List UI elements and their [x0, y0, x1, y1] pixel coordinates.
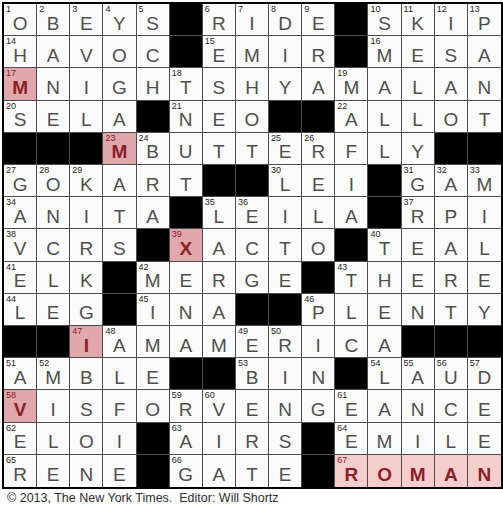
black-cell: [335, 36, 368, 68]
grid-cell[interactable]: 32A: [435, 165, 468, 197]
grid-cell[interactable]: 52M: [37, 358, 70, 390]
grid-cell[interactable]: L: [37, 262, 70, 294]
grid-cell[interactable]: O: [435, 101, 468, 133]
grid-cell[interactable]: T: [203, 133, 236, 165]
cell-letter: H: [137, 76, 169, 99]
grid-cell[interactable]: M: [368, 423, 401, 455]
cell-letter: V: [203, 398, 235, 421]
cell-letter: L: [368, 109, 400, 132]
grid-cell[interactable]: H: [368, 262, 401, 294]
grid-cell[interactable]: 55A: [402, 358, 435, 390]
grid-cell[interactable]: H: [236, 68, 269, 100]
cell-letter: T: [203, 141, 235, 164]
grid-cell[interactable]: G: [236, 262, 269, 294]
cell-letter: L: [203, 205, 235, 228]
cell-letter: I: [269, 44, 301, 67]
grid-cell[interactable]: 11K: [402, 4, 435, 36]
grid-cell[interactable]: 20S: [4, 101, 37, 133]
cell-letter: R: [203, 12, 235, 35]
cell-letter: N: [37, 76, 69, 99]
cell-letter: E: [203, 44, 235, 67]
cell-letter: E: [37, 463, 69, 487]
grid-cell[interactable]: E: [368, 294, 401, 326]
grid-cell[interactable]: 23M: [103, 133, 136, 165]
grid-cell[interactable]: 21N: [170, 101, 203, 133]
cell-letter: O: [103, 44, 135, 67]
cell-letter: O: [302, 237, 334, 260]
cell-letter: E: [468, 270, 501, 293]
cell-letter: G: [236, 270, 268, 293]
grid-cell[interactable]: A: [103, 165, 136, 197]
grid-cell[interactable]: A: [335, 197, 368, 229]
copyright-editor-line: © 2013, The New York Times. Editor: Will…: [7, 491, 279, 505]
cell-letter: L: [368, 366, 400, 389]
cell-letter: E: [137, 366, 169, 389]
cell-letter: S: [269, 431, 301, 454]
grid-cell[interactable]: A: [368, 68, 401, 100]
grid-cell[interactable]: C: [137, 36, 170, 68]
grid-cell[interactable]: E: [269, 262, 302, 294]
grid-cell[interactable]: R: [203, 262, 236, 294]
grid-cell[interactable]: L: [103, 358, 136, 390]
cell-letter: E: [37, 109, 69, 132]
grid-cell[interactable]: A: [435, 455, 468, 487]
grid-cell[interactable]: N: [402, 390, 435, 422]
cell-letter: V: [4, 237, 36, 260]
cell-letter: T: [269, 237, 301, 260]
cell-letter: I: [137, 302, 169, 325]
grid-cell[interactable]: T: [435, 294, 468, 326]
cell-letter: A: [203, 302, 235, 325]
grid-cell[interactable]: E: [302, 165, 335, 197]
grid-cell[interactable]: R: [236, 423, 269, 455]
cell-letter: S: [70, 398, 102, 421]
cell-letter: L: [37, 270, 69, 293]
grid-cell[interactable]: S: [203, 68, 236, 100]
cell-letter: C: [137, 44, 169, 67]
grid-cell[interactable]: Y: [468, 294, 501, 326]
grid-cell[interactable]: I: [203, 423, 236, 455]
grid-cell[interactable]: E: [269, 455, 302, 487]
grid-cell[interactable]: E: [468, 423, 501, 455]
grid-cell[interactable]: I: [468, 197, 501, 229]
black-cell: [368, 197, 401, 229]
grid-cell[interactable]: I: [269, 358, 302, 390]
black-cell: [203, 358, 236, 390]
grid-cell[interactable]: T: [103, 197, 136, 229]
grid-cell[interactable]: A: [302, 68, 335, 100]
cell-letter: L: [435, 431, 467, 454]
grid-cell[interactable]: A: [170, 326, 203, 358]
black-cell: [137, 423, 170, 455]
grid-cell[interactable]: L: [37, 423, 70, 455]
cell-letter: M: [368, 431, 400, 454]
grid-cell[interactable]: I: [70, 197, 103, 229]
cell-letter: A: [203, 463, 235, 487]
grid-cell[interactable]: 2B: [37, 4, 70, 36]
grid-cell[interactable]: I: [269, 197, 302, 229]
grid-cell[interactable]: A: [468, 36, 501, 68]
grid-cell[interactable]: 7I: [236, 4, 269, 36]
grid-cell[interactable]: 50R: [269, 326, 302, 358]
cell-letter: U: [170, 141, 202, 164]
black-cell: [236, 165, 269, 197]
grid-cell[interactable]: 48A: [103, 326, 136, 358]
grid-cell[interactable]: R: [435, 262, 468, 294]
grid-cell[interactable]: N: [468, 455, 501, 487]
cell-letter: L: [4, 302, 36, 325]
cell-letter: L: [468, 237, 501, 260]
grid-cell[interactable]: 34A: [4, 197, 37, 229]
cell-letter: C: [236, 237, 268, 260]
cell-letter: E: [269, 463, 301, 487]
grid-cell[interactable]: E: [468, 390, 501, 422]
cell-letter: Y: [269, 76, 301, 99]
cell-letter: F: [335, 141, 367, 164]
cell-letter: I: [402, 431, 434, 454]
cell-letter: E: [269, 270, 301, 293]
grid-cell[interactable]: 14H: [4, 36, 37, 68]
black-cell: [468, 326, 501, 358]
grid-cell[interactable]: Y: [402, 133, 435, 165]
grid-cell[interactable]: 4Y: [103, 4, 136, 36]
grid-cell[interactable]: L: [402, 68, 435, 100]
grid-cell[interactable]: N: [302, 358, 335, 390]
cell-letter: N: [402, 398, 434, 421]
grid-cell[interactable]: 63A: [170, 423, 203, 455]
grid-cell[interactable]: 38V: [4, 229, 37, 261]
grid-cell[interactable]: Y: [269, 68, 302, 100]
cell-letter: R: [269, 334, 301, 357]
grid-cell[interactable]: E: [236, 390, 269, 422]
grid-cell[interactable]: 58V: [4, 390, 37, 422]
grid-cell[interactable]: 36E: [236, 197, 269, 229]
cell-letter: S: [137, 12, 169, 35]
grid-cell[interactable]: 22A: [335, 101, 368, 133]
cell-letter: A: [302, 76, 334, 99]
grid-cell[interactable]: F: [335, 133, 368, 165]
cell-letter: G: [302, 398, 334, 421]
grid-cell[interactable]: 9E: [302, 4, 335, 36]
cell-letter: G: [70, 302, 102, 325]
grid-cell[interactable]: I: [37, 390, 70, 422]
grid-cell[interactable]: M: [236, 36, 269, 68]
grid-cell[interactable]: 44L: [4, 294, 37, 326]
grid-cell[interactable]: E: [170, 262, 203, 294]
black-cell: [269, 294, 302, 326]
cell-letter: T: [368, 237, 400, 260]
grid-cell[interactable]: A: [203, 455, 236, 487]
grid-cell[interactable]: 26R: [302, 133, 335, 165]
grid-cell[interactable]: S: [70, 390, 103, 422]
black-cell: [170, 4, 203, 36]
grid-cell[interactable]: S: [103, 229, 136, 261]
grid-cell[interactable]: 46P: [302, 294, 335, 326]
grid-cell[interactable]: 41E: [4, 262, 37, 294]
cell-letter: I: [236, 12, 268, 35]
cell-letter: G: [170, 463, 202, 487]
grid-cell[interactable]: O: [137, 390, 170, 422]
cell-letter: G: [402, 173, 434, 196]
grid-cell[interactable]: 18T: [170, 68, 203, 100]
cell-letter: R: [70, 237, 102, 260]
grid-cell[interactable]: 28O: [37, 165, 70, 197]
grid-cell[interactable]: N: [170, 294, 203, 326]
grid-cell[interactable]: A: [368, 326, 401, 358]
grid-cell[interactable]: L: [368, 101, 401, 133]
grid-cell[interactable]: I: [269, 36, 302, 68]
grid-cell[interactable]: F: [103, 390, 136, 422]
grid-cell[interactable]: L: [435, 423, 468, 455]
grid-cell[interactable]: A: [137, 197, 170, 229]
black-cell: [468, 133, 501, 165]
cell-letter: N: [302, 366, 334, 389]
grid-cell[interactable]: 61E: [335, 390, 368, 422]
cell-letter: M: [402, 463, 434, 487]
grid-cell[interactable]: 35L: [203, 197, 236, 229]
grid-cell[interactable]: T: [468, 101, 501, 133]
grid-cell[interactable]: A: [203, 294, 236, 326]
grid-cell[interactable]: E: [103, 455, 136, 487]
grid-cell[interactable]: 39X: [170, 229, 203, 261]
grid-cell[interactable]: E: [137, 358, 170, 390]
grid-cell[interactable]: 66G: [170, 455, 203, 487]
grid-cell[interactable]: S: [269, 423, 302, 455]
grid-cell[interactable]: U: [170, 133, 203, 165]
grid-cell[interactable]: 30L: [269, 165, 302, 197]
grid-cell[interactable]: G: [302, 390, 335, 422]
grid-cell[interactable]: 27G: [4, 165, 37, 197]
grid-cell[interactable]: 60V: [203, 390, 236, 422]
grid-cell[interactable]: 56U: [435, 358, 468, 390]
cell-letter: N: [402, 302, 434, 325]
black-cell: [203, 165, 236, 197]
cell-letter: O: [368, 463, 400, 487]
grid-cell[interactable]: P: [435, 197, 468, 229]
cell-letter: O: [137, 398, 169, 421]
cell-letter: N: [37, 205, 69, 228]
grid-cell[interactable]: T: [236, 133, 269, 165]
grid-cell[interactable]: T: [170, 165, 203, 197]
black-cell: [435, 133, 468, 165]
grid-cell[interactable]: O: [302, 229, 335, 261]
black-cell: [435, 326, 468, 358]
grid-cell[interactable]: E: [37, 455, 70, 487]
grid-cell[interactable]: 40T: [368, 229, 401, 261]
grid-cell[interactable]: N: [37, 197, 70, 229]
black-cell: [137, 101, 170, 133]
grid-cell[interactable]: L: [70, 101, 103, 133]
black-cell: [103, 262, 136, 294]
grid-cell[interactable]: 59R: [170, 390, 203, 422]
cell-letter: L: [335, 302, 367, 325]
cell-letter: H: [368, 270, 400, 293]
grid-cell[interactable]: 42M: [137, 262, 170, 294]
cell-letter: Y: [468, 302, 501, 325]
grid-cell[interactable]: L: [335, 294, 368, 326]
grid-cell[interactable]: 47I: [70, 326, 103, 358]
grid-cell[interactable]: 54L: [368, 358, 401, 390]
grid-cell[interactable]: O: [103, 36, 136, 68]
cell-letter: A: [137, 205, 169, 228]
grid-cell[interactable]: M: [203, 326, 236, 358]
grid-cell[interactable]: 62E: [4, 423, 37, 455]
grid-cell[interactable]: 43T: [335, 262, 368, 294]
grid-cell[interactable]: I: [103, 423, 136, 455]
grid-cell[interactable]: C: [37, 229, 70, 261]
grid-cell[interactable]: L: [468, 229, 501, 261]
grid-cell[interactable]: L: [302, 197, 335, 229]
cell-letter: C: [37, 237, 69, 260]
black-cell: [302, 101, 335, 133]
grid-cell[interactable]: I: [302, 326, 335, 358]
grid-cell[interactable]: I: [402, 423, 435, 455]
grid-cell[interactable]: G: [70, 294, 103, 326]
cell-letter: E: [170, 270, 202, 293]
grid-cell[interactable]: R: [70, 229, 103, 261]
cell-letter: Y: [103, 12, 135, 35]
grid-cell[interactable]: N: [70, 455, 103, 487]
cell-letter: I: [103, 431, 135, 454]
grid-cell[interactable]: A: [368, 390, 401, 422]
grid-cell[interactable]: V: [70, 36, 103, 68]
grid-cell[interactable]: M: [137, 326, 170, 358]
grid-cell[interactable]: M: [402, 455, 435, 487]
grid-cell[interactable]: 65R: [4, 455, 37, 487]
cell-letter: E: [402, 44, 434, 67]
cell-letter: O: [37, 173, 69, 196]
cell-letter: E: [402, 270, 434, 293]
grid-cell[interactable]: 49E: [236, 326, 269, 358]
grid-cell[interactable]: A: [435, 229, 468, 261]
grid-cell[interactable]: G: [103, 68, 136, 100]
grid-cell[interactable]: 19M: [335, 68, 368, 100]
grid-cell[interactable]: S: [435, 36, 468, 68]
cell-letter: A: [170, 431, 202, 454]
grid-cell[interactable]: N: [468, 68, 501, 100]
cell-letter: A: [37, 44, 69, 67]
grid-cell[interactable]: T: [236, 455, 269, 487]
cell-letter: R: [302, 141, 334, 164]
grid-cell[interactable]: 5S: [137, 4, 170, 36]
grid-cell[interactable]: 24B: [137, 133, 170, 165]
cell-letter: U: [435, 366, 467, 389]
grid-cell[interactable]: 17M: [4, 68, 37, 100]
grid-cell[interactable]: A: [103, 101, 136, 133]
grid-cell[interactable]: 51A: [4, 358, 37, 390]
grid-cell[interactable]: C: [335, 326, 368, 358]
grid-cell[interactable]: 45I: [137, 294, 170, 326]
cell-letter: R: [203, 270, 235, 293]
grid-cell[interactable]: 8D: [269, 4, 302, 36]
grid-cell[interactable]: N: [402, 294, 435, 326]
grid-cell[interactable]: 3E: [70, 4, 103, 36]
grid-cell[interactable]: C: [236, 229, 269, 261]
cell-letter: O: [4, 12, 36, 35]
grid-cell[interactable]: 33M: [468, 165, 501, 197]
cell-letter: E: [269, 141, 301, 164]
cell-letter: G: [103, 76, 135, 99]
cell-letter: I: [335, 173, 367, 196]
black-cell: [37, 133, 70, 165]
grid-cell[interactable]: E: [468, 262, 501, 294]
black-cell: [302, 262, 335, 294]
grid-cell[interactable]: K: [70, 262, 103, 294]
cell-letter: M: [103, 141, 135, 164]
grid-cell[interactable]: T: [269, 229, 302, 261]
grid-cell[interactable]: 37R: [402, 197, 435, 229]
grid-cell[interactable]: A: [435, 68, 468, 100]
grid-cell[interactable]: L: [368, 133, 401, 165]
cell-letter: R: [170, 398, 202, 421]
grid-cell[interactable]: N: [37, 68, 70, 100]
cell-letter: B: [37, 12, 69, 35]
grid-cell[interactable]: O: [368, 455, 401, 487]
grid-cell[interactable]: 13P: [468, 4, 501, 36]
grid-cell[interactable]: E: [203, 101, 236, 133]
cell-letter: M: [236, 44, 268, 67]
grid-cell[interactable]: 53B: [236, 358, 269, 390]
grid-cell[interactable]: N: [269, 390, 302, 422]
cell-letter: O: [236, 109, 268, 132]
grid-cell[interactable]: I: [335, 165, 368, 197]
grid-cell[interactable]: H: [137, 68, 170, 100]
grid-cell[interactable]: O: [70, 423, 103, 455]
cell-letter: L: [402, 76, 434, 99]
grid-cell[interactable]: E: [37, 294, 70, 326]
grid-cell[interactable]: A: [203, 229, 236, 261]
grid-cell[interactable]: R: [137, 165, 170, 197]
grid-cell[interactable]: E: [402, 229, 435, 261]
grid-cell[interactable]: 6R: [203, 4, 236, 36]
grid-cell[interactable]: E: [402, 262, 435, 294]
grid-cell[interactable]: 64E: [335, 423, 368, 455]
grid-cell[interactable]: 31G: [402, 165, 435, 197]
grid-cell[interactable]: 1O: [4, 4, 37, 36]
black-cell: [335, 4, 368, 36]
grid-cell[interactable]: E: [37, 101, 70, 133]
grid-cell[interactable]: A: [37, 36, 70, 68]
cell-letter: F: [103, 398, 135, 421]
black-cell: [269, 101, 302, 133]
cell-letter: E: [302, 173, 334, 196]
grid-cell[interactable]: O: [236, 101, 269, 133]
grid-cell[interactable]: 12I: [435, 4, 468, 36]
grid-cell[interactable]: R: [302, 36, 335, 68]
grid-cell[interactable]: E: [402, 36, 435, 68]
grid-cell[interactable]: 67R: [335, 455, 368, 487]
cell-letter: M: [37, 366, 69, 389]
grid-cell[interactable]: B: [70, 358, 103, 390]
cell-letter: E: [236, 334, 268, 357]
grid-cell[interactable]: 15E: [203, 36, 236, 68]
grid-cell[interactable]: C: [435, 390, 468, 422]
grid-cell[interactable]: L: [402, 101, 435, 133]
black-cell: [37, 326, 70, 358]
grid-cell[interactable]: 16M: [368, 36, 401, 68]
cell-letter: A: [335, 109, 367, 132]
cell-letter: N: [170, 302, 202, 325]
grid-cell[interactable]: 10S: [368, 4, 401, 36]
cell-letter: E: [335, 431, 367, 454]
grid-cell[interactable]: 25E: [269, 133, 302, 165]
cell-letter: A: [402, 366, 434, 389]
cell-letter: S: [368, 12, 400, 35]
grid-cell[interactable]: I: [70, 68, 103, 100]
grid-cell[interactable]: 57D: [468, 358, 501, 390]
cell-letter: A: [4, 366, 36, 389]
grid-cell[interactable]: 29K: [70, 165, 103, 197]
